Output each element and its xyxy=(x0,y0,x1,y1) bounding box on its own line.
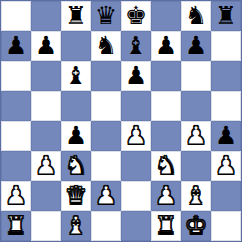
piece-black-pawn: ♟ xyxy=(35,33,57,58)
chess-board: ♜♛♚♞♜♟♟♞♝♟♟♝♟♟♟♟♟♟♞♞♟♟♛♟♟♝♜♝♜♚ xyxy=(0,0,242,242)
piece-white-knight: ♞ xyxy=(65,153,87,178)
square-a4[interactable] xyxy=(1,121,31,151)
square-b4[interactable] xyxy=(31,121,61,151)
piece-white-pawn: ♟ xyxy=(35,153,57,178)
square-f6[interactable] xyxy=(151,61,181,91)
piece-black-pawn: ♟ xyxy=(155,33,177,58)
square-e6[interactable]: ♟ xyxy=(121,61,151,91)
piece-white-rook: ♜ xyxy=(155,213,177,238)
square-b6[interactable] xyxy=(31,61,61,91)
square-b7[interactable]: ♟ xyxy=(31,31,61,61)
square-e8[interactable]: ♚ xyxy=(121,1,151,31)
piece-white-pawn: ♟ xyxy=(95,183,117,208)
square-a8[interactable] xyxy=(1,1,31,31)
square-b1[interactable] xyxy=(31,211,61,241)
square-b2[interactable] xyxy=(31,181,61,211)
square-d8[interactable]: ♛ xyxy=(91,1,121,31)
square-c8[interactable]: ♜ xyxy=(61,1,91,31)
square-f2[interactable]: ♟ xyxy=(151,181,181,211)
square-h5[interactable] xyxy=(211,91,241,121)
square-d1[interactable] xyxy=(91,211,121,241)
square-f4[interactable] xyxy=(151,121,181,151)
square-g8[interactable]: ♞ xyxy=(181,1,211,31)
piece-black-knight: ♞ xyxy=(95,33,117,58)
square-g5[interactable] xyxy=(181,91,211,121)
piece-black-rook: ♜ xyxy=(65,3,87,28)
square-c7[interactable] xyxy=(61,31,91,61)
square-d5[interactable] xyxy=(91,91,121,121)
square-g2[interactable]: ♝ xyxy=(181,181,211,211)
square-d6[interactable] xyxy=(91,61,121,91)
square-a6[interactable] xyxy=(1,61,31,91)
square-d7[interactable]: ♞ xyxy=(91,31,121,61)
piece-black-pawn: ♟ xyxy=(185,33,207,58)
piece-white-bishop: ♝ xyxy=(65,213,87,238)
square-g6[interactable] xyxy=(181,61,211,91)
square-f3[interactable]: ♞ xyxy=(151,151,181,181)
piece-white-queen: ♛ xyxy=(65,183,87,208)
square-g1[interactable]: ♚ xyxy=(181,211,211,241)
square-g4[interactable]: ♟ xyxy=(181,121,211,151)
piece-black-rook: ♜ xyxy=(215,3,237,28)
square-h6[interactable] xyxy=(211,61,241,91)
piece-black-bishop: ♝ xyxy=(125,33,147,58)
square-h4[interactable]: ♟ xyxy=(211,121,241,151)
square-e2[interactable] xyxy=(121,181,151,211)
square-b3[interactable]: ♟ xyxy=(31,151,61,181)
piece-black-queen: ♛ xyxy=(95,3,117,28)
square-h8[interactable]: ♜ xyxy=(211,1,241,31)
square-e5[interactable] xyxy=(121,91,151,121)
square-d4[interactable] xyxy=(91,121,121,151)
piece-white-pawn: ♟ xyxy=(155,183,177,208)
piece-black-pawn: ♟ xyxy=(215,123,237,148)
piece-black-knight: ♞ xyxy=(185,3,207,28)
square-f1[interactable]: ♜ xyxy=(151,211,181,241)
piece-white-knight: ♞ xyxy=(155,153,177,178)
piece-black-bishop: ♝ xyxy=(65,63,87,88)
square-e7[interactable]: ♝ xyxy=(121,31,151,61)
square-g3[interactable] xyxy=(181,151,211,181)
square-d2[interactable]: ♟ xyxy=(91,181,121,211)
square-c1[interactable]: ♝ xyxy=(61,211,91,241)
square-h3[interactable]: ♟ xyxy=(211,151,241,181)
square-f5[interactable] xyxy=(151,91,181,121)
square-h7[interactable] xyxy=(211,31,241,61)
piece-white-pawn: ♟ xyxy=(125,123,147,148)
square-c3[interactable]: ♞ xyxy=(61,151,91,181)
piece-black-pawn: ♟ xyxy=(65,123,87,148)
piece-black-king: ♚ xyxy=(125,3,147,28)
square-a7[interactable]: ♟ xyxy=(1,31,31,61)
square-a1[interactable]: ♜ xyxy=(1,211,31,241)
piece-white-rook: ♜ xyxy=(5,213,27,238)
square-e4[interactable]: ♟ xyxy=(121,121,151,151)
square-a2[interactable]: ♟ xyxy=(1,181,31,211)
square-c5[interactable] xyxy=(61,91,91,121)
piece-white-king: ♚ xyxy=(185,213,207,238)
square-c6[interactable]: ♝ xyxy=(61,61,91,91)
square-h2[interactable] xyxy=(211,181,241,211)
square-b5[interactable] xyxy=(31,91,61,121)
piece-white-pawn: ♟ xyxy=(185,123,207,148)
square-e1[interactable] xyxy=(121,211,151,241)
piece-black-pawn: ♟ xyxy=(5,33,27,58)
square-f7[interactable]: ♟ xyxy=(151,31,181,61)
square-e3[interactable] xyxy=(121,151,151,181)
square-h1[interactable] xyxy=(211,211,241,241)
square-g7[interactable]: ♟ xyxy=(181,31,211,61)
piece-white-pawn: ♟ xyxy=(5,183,27,208)
square-a3[interactable] xyxy=(1,151,31,181)
square-d3[interactable] xyxy=(91,151,121,181)
square-c2[interactable]: ♛ xyxy=(61,181,91,211)
piece-black-pawn: ♟ xyxy=(125,63,147,88)
square-c4[interactable]: ♟ xyxy=(61,121,91,151)
square-b8[interactable] xyxy=(31,1,61,31)
square-a5[interactable] xyxy=(1,91,31,121)
square-f8[interactable] xyxy=(151,1,181,31)
piece-white-bishop: ♝ xyxy=(185,183,207,208)
piece-white-pawn: ♟ xyxy=(215,153,237,178)
